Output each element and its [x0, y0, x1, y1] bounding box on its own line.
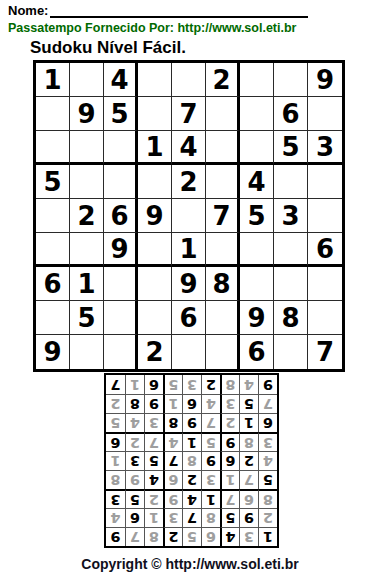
solution-cell: 8 [106, 470, 125, 489]
solution-cell: 3 [125, 451, 144, 470]
puzzle-cell [104, 335, 138, 369]
solution-cell: 8 [258, 489, 277, 508]
solution-cell: 5 [201, 432, 220, 451]
puzzle-cell [274, 165, 308, 199]
puzzle-cell: 9 [138, 199, 172, 233]
puzzle-cell [70, 335, 104, 369]
puzzle-cell: 8 [206, 267, 240, 301]
solution-cell: 9 [144, 394, 163, 413]
puzzle-cell [138, 165, 172, 199]
puzzle-cell [274, 335, 308, 369]
solution-cell: 7 [144, 432, 163, 451]
puzzle-cell [36, 199, 70, 233]
solution-cell: 8 [182, 451, 201, 470]
solution-cell: 8 [163, 413, 182, 432]
solution-cell: 5 [163, 375, 182, 394]
puzzle-cell [138, 301, 172, 335]
solution-cell: 5 [106, 413, 125, 432]
solution-cell: 8 [201, 508, 220, 527]
puzzle-cell: 5 [104, 97, 138, 131]
puzzle-cell: 6 [274, 97, 308, 131]
puzzle-cell [138, 233, 172, 267]
solution-cell: 6 [163, 470, 182, 489]
solution-cell: 7 [106, 375, 125, 394]
page-title: Sudoku Nível Fácil. [30, 38, 186, 58]
puzzle-cell: 9 [36, 335, 70, 369]
solution-cell: 4 [258, 451, 277, 470]
solution-cell: 2 [144, 489, 163, 508]
puzzle-cell: 5 [36, 165, 70, 199]
solution-cell: 4 [106, 508, 125, 527]
puzzle-cell: 1 [172, 233, 206, 267]
puzzle-cell [104, 301, 138, 335]
solution-cell: 4 [220, 527, 239, 546]
puzzle-cell [206, 131, 240, 165]
puzzle-cell: 3 [274, 199, 308, 233]
solution-cell: 9 [201, 451, 220, 470]
puzzle-cell [274, 267, 308, 301]
solution-cell: 2 [106, 394, 125, 413]
sudoku-solution-grid-upside-down: 1346528792958731648671492535713264984269… [104, 373, 279, 548]
puzzle-cell [206, 301, 240, 335]
puzzle-cell [240, 97, 274, 131]
puzzle-cell: 7 [308, 335, 342, 369]
solution-cell: 4 [163, 432, 182, 451]
solution-cell: 3 [182, 375, 201, 394]
provided-by-text: Passatempo Fornecido Por: http://www.sol… [8, 21, 296, 35]
puzzle-cell [274, 233, 308, 267]
solution-cell: 6 [258, 413, 277, 432]
puzzle-cell: 6 [172, 301, 206, 335]
puzzle-cell: 7 [206, 199, 240, 233]
solution-cell: 6 [220, 451, 239, 470]
solution-cell: 2 [182, 470, 201, 489]
puzzle-cell: 2 [70, 199, 104, 233]
puzzle-cell [70, 131, 104, 165]
solution-cell: 6 [144, 375, 163, 394]
puzzle-cell [206, 233, 240, 267]
solution-cell: 6 [182, 394, 201, 413]
solution-cell: 3 [239, 527, 258, 546]
puzzle-cell: 9 [172, 267, 206, 301]
puzzle-cell: 9 [308, 63, 342, 97]
puzzle-cell [206, 335, 240, 369]
copyright-text: Copyright © http://www.sol.eti.br [0, 556, 380, 572]
solution-cell: 1 [201, 489, 220, 508]
name-field-row: Nome: [8, 3, 308, 18]
solution-cell: 3 [163, 508, 182, 527]
puzzle-cell: 2 [138, 335, 172, 369]
solution-cell: 4 [125, 413, 144, 432]
puzzle-cell [138, 267, 172, 301]
solution-cell: 3 [220, 394, 239, 413]
solution-cell: 3 [106, 489, 125, 508]
solution-cell: 7 [258, 394, 277, 413]
solution-cell: 1 [258, 527, 277, 546]
puzzle-cell [104, 131, 138, 165]
puzzle-cell: 6 [308, 233, 342, 267]
puzzle-cell: 1 [70, 267, 104, 301]
solution-cell: 5 [220, 508, 239, 527]
solution-cell: 4 [239, 375, 258, 394]
solution-cell: 7 [220, 489, 239, 508]
puzzle-cell [172, 335, 206, 369]
solution-cell: 2 [163, 527, 182, 546]
puzzle-cell [104, 267, 138, 301]
solution-cell: 3 [144, 413, 163, 432]
puzzle-cell: 4 [240, 165, 274, 199]
solution-cell: 9 [125, 470, 144, 489]
puzzle-cell [172, 63, 206, 97]
puzzle-cell [240, 131, 274, 165]
solution-cell: 8 [144, 527, 163, 546]
solution-cell: 2 [258, 508, 277, 527]
puzzle-cell: 7 [172, 97, 206, 131]
solution-cell: 4 [182, 489, 201, 508]
puzzle-cell [70, 233, 104, 267]
solution-cell: 1 [163, 394, 182, 413]
solution-cell: 3 [258, 432, 277, 451]
puzzle-cell [36, 301, 70, 335]
puzzle-cell [308, 165, 342, 199]
solution-cell: 4 [144, 470, 163, 489]
solution-cell: 7 [182, 508, 201, 527]
solution-cell: 1 [239, 413, 258, 432]
puzzle-cell [138, 63, 172, 97]
solution-cell: 1 [106, 451, 125, 470]
puzzle-cell [138, 97, 172, 131]
solution-cell: 2 [220, 413, 239, 432]
solution-cell: 2 [125, 432, 144, 451]
solution-cell: 5 [239, 394, 258, 413]
solution-cell: 7 [201, 413, 220, 432]
solution-cell: 9 [258, 375, 277, 394]
solution-cell: 5 [144, 451, 163, 470]
puzzle-cell: 6 [104, 199, 138, 233]
puzzle-cell: 8 [274, 301, 308, 335]
solution-cell: 3 [201, 470, 220, 489]
puzzle-cell [70, 63, 104, 97]
puzzle-cell [308, 301, 342, 335]
puzzle-cell: 5 [70, 301, 104, 335]
puzzle-cell: 6 [36, 267, 70, 301]
name-blank-line [50, 3, 308, 18]
solution-cell: 5 [125, 489, 144, 508]
puzzle-cell [240, 233, 274, 267]
puzzle-cell [274, 63, 308, 97]
solution-cell: 1 [220, 470, 239, 489]
puzzle-cell [36, 233, 70, 267]
solution-cell: 9 [182, 413, 201, 432]
puzzle-cell: 4 [172, 131, 206, 165]
solution-cell: 9 [106, 527, 125, 546]
solution-cell: 6 [125, 508, 144, 527]
puzzle-cell [36, 131, 70, 165]
solution-cell: 7 [125, 527, 144, 546]
sudoku-puzzle-grid: 142995761453524269753916619856989267 [33, 60, 345, 372]
puzzle-cell [308, 199, 342, 233]
puzzle-cell [206, 97, 240, 131]
solution-cell: 1 [125, 375, 144, 394]
puzzle-cell: 9 [70, 97, 104, 131]
puzzle-cell [240, 267, 274, 301]
solution-cell: 7 [239, 470, 258, 489]
puzzle-cell [104, 165, 138, 199]
puzzle-cell: 9 [104, 233, 138, 267]
puzzle-cell: 1 [138, 131, 172, 165]
puzzle-cell: 9 [240, 301, 274, 335]
puzzle-cell [308, 267, 342, 301]
puzzle-cell [308, 97, 342, 131]
solution-cell: 8 [125, 394, 144, 413]
puzzle-cell: 2 [206, 63, 240, 97]
puzzle-cell [172, 199, 206, 233]
name-label: Nome: [8, 3, 48, 18]
solution-cell: 5 [182, 527, 201, 546]
solution-cell: 6 [201, 527, 220, 546]
puzzle-cell: 4 [104, 63, 138, 97]
puzzle-cell [206, 165, 240, 199]
solution-cell: 1 [144, 508, 163, 527]
puzzle-cell: 3 [308, 131, 342, 165]
solution-cell: 1 [182, 432, 201, 451]
solution-cell: 4 [201, 394, 220, 413]
solution-cell: 2 [239, 451, 258, 470]
solution-cell: 9 [163, 489, 182, 508]
solution-cell: 8 [239, 432, 258, 451]
puzzle-cell: 1 [36, 63, 70, 97]
solution-cell: 9 [239, 508, 258, 527]
solution-cell: 8 [220, 375, 239, 394]
puzzle-cell: 6 [240, 335, 274, 369]
puzzle-cell: 5 [240, 199, 274, 233]
solution-cell: 6 [239, 489, 258, 508]
puzzle-cell [240, 63, 274, 97]
solution-cell: 6 [106, 432, 125, 451]
solution-cell: 5 [258, 470, 277, 489]
solution-cell: 2 [201, 375, 220, 394]
solution-cell: 7 [163, 451, 182, 470]
solution-cell: 9 [220, 432, 239, 451]
puzzle-cell [36, 97, 70, 131]
puzzle-cell: 2 [172, 165, 206, 199]
puzzle-cell [70, 165, 104, 199]
puzzle-cell: 5 [274, 131, 308, 165]
